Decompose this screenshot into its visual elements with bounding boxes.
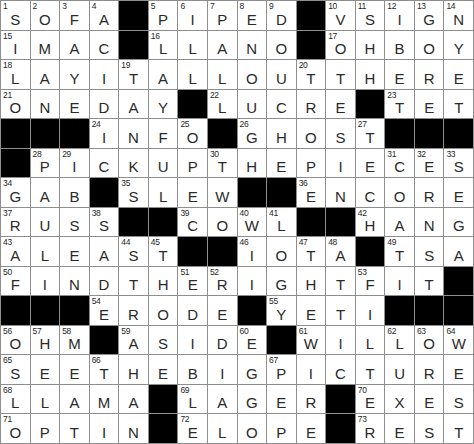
cell-r11c10[interactable]: 55Y — [267, 296, 296, 325]
cell-letter: L — [208, 425, 237, 441]
cell-r10c8[interactable]: 52R — [208, 267, 237, 296]
cell-r1c1[interactable]: 1S — [1, 1, 30, 30]
cell-r8c1[interactable]: 37R — [1, 208, 30, 237]
cell-r8c9[interactable]: 40W — [238, 208, 267, 237]
cell-r2c7[interactable]: L — [178, 31, 207, 60]
cell-r13c7[interactable]: B — [178, 355, 207, 384]
clue-number: 55 — [269, 296, 278, 306]
cell-letter: D — [90, 277, 119, 293]
clue-number: 13 — [417, 1, 426, 11]
cell-letter: I — [356, 307, 385, 323]
cell-r10c11[interactable]: H — [297, 267, 326, 296]
cell-r15c3[interactable]: T — [60, 414, 89, 443]
cell-r11c12[interactable]: T — [326, 296, 355, 325]
cell-r12c13[interactable]: L — [356, 326, 385, 355]
cell-letter: C — [90, 159, 119, 175]
cell-letter: A — [90, 248, 119, 264]
cell-r9c6[interactable]: 45T — [149, 237, 178, 266]
cell-r7c2[interactable]: A — [31, 178, 60, 207]
clue-number: 50 — [3, 267, 12, 277]
cell-r13c15[interactable]: R — [415, 355, 444, 384]
cell-r14c14[interactable]: X — [385, 385, 414, 414]
clue-number: 43 — [3, 237, 12, 247]
cell-letter: P — [267, 366, 296, 382]
cell-r2c16[interactable]: Y — [444, 31, 473, 60]
cell-r10c15[interactable]: T — [415, 267, 444, 296]
cell-r14c9[interactable]: G — [238, 385, 267, 414]
cell-r12c16[interactable]: 64W — [444, 326, 473, 355]
cell-r9c1[interactable]: 43A — [1, 237, 30, 266]
cell-r4c12[interactable]: E — [326, 90, 355, 119]
clue-number: 40 — [240, 208, 249, 218]
cell-r12c12[interactable]: I — [326, 326, 355, 355]
cell-r14c3[interactable]: A — [60, 385, 89, 414]
clue-number: 22 — [210, 90, 219, 100]
cell-r5c6[interactable]: F — [149, 119, 178, 148]
cell-r3c12[interactable]: T — [326, 60, 355, 89]
cell-letter: U — [238, 100, 267, 116]
cell-letter: O — [1, 425, 30, 441]
cell-r9c16[interactable]: A — [444, 237, 473, 266]
clue-number: 54 — [92, 296, 101, 306]
cell-r12c3[interactable]: 58M — [60, 326, 89, 355]
cell-letter: I — [60, 159, 89, 175]
cell-r15c14[interactable]: E — [385, 414, 414, 443]
cell-r15c13[interactable]: 73R — [356, 414, 385, 443]
cell-r10c3[interactable]: N — [60, 267, 89, 296]
black-cell — [119, 31, 148, 60]
cell-letter: E — [297, 189, 326, 205]
cell-r10c6[interactable]: H — [149, 267, 178, 296]
cell-r1c13[interactable]: 11S — [356, 1, 385, 30]
cell-r3c15[interactable]: R — [415, 60, 444, 89]
cell-r12c9[interactable]: 60E — [238, 326, 267, 355]
cell-letter: E — [60, 366, 89, 382]
cell-letter: H — [238, 159, 267, 175]
cell-r14c15[interactable]: E — [415, 385, 444, 414]
cell-r12c7[interactable]: I — [178, 326, 207, 355]
cell-r6c9[interactable]: H — [238, 149, 267, 178]
cell-r6c4[interactable]: C — [90, 149, 119, 178]
cell-r4c4[interactable]: D — [90, 90, 119, 119]
cell-letter: R — [208, 277, 237, 293]
cell-r6c12[interactable]: I — [326, 149, 355, 178]
clue-number: 20 — [299, 60, 308, 70]
cell-r2c4[interactable]: C — [90, 31, 119, 60]
black-cell — [297, 1, 326, 30]
cell-r7c7[interactable]: E — [178, 178, 207, 207]
cell-r8c3[interactable]: S — [60, 208, 89, 237]
cell-letter: E — [297, 425, 326, 441]
cell-r10c9[interactable]: I — [238, 267, 267, 296]
cell-r2c12[interactable]: 17O — [326, 31, 355, 60]
cell-r2c6[interactable]: 16L — [149, 31, 178, 60]
cell-r10c2[interactable]: I — [31, 267, 60, 296]
cell-r15c1[interactable]: 71O — [1, 414, 30, 443]
cell-r15c8[interactable]: L — [208, 414, 237, 443]
cell-r11c4[interactable]: 54E — [90, 296, 119, 325]
cell-r10c13[interactable]: 53F — [356, 267, 385, 296]
cell-r1c3[interactable]: 3F — [60, 1, 89, 30]
clue-number: 32 — [417, 149, 426, 159]
cell-r11c7[interactable]: D — [178, 296, 207, 325]
cell-r4c8[interactable]: 22L — [208, 90, 237, 119]
clue-number: 10 — [328, 1, 337, 11]
cell-r13c2[interactable]: E — [31, 355, 60, 384]
cell-r15c15[interactable]: S — [415, 414, 444, 443]
cell-r12c8[interactable]: D — [208, 326, 237, 355]
cell-r6c11[interactable]: P — [297, 149, 326, 178]
cell-letter: T — [385, 248, 414, 264]
cell-letter: A — [119, 336, 148, 352]
cell-r8c7[interactable]: 39C — [178, 208, 207, 237]
cell-r1c4[interactable]: 4A — [90, 1, 119, 30]
cell-r3c1[interactable]: 18L — [1, 60, 30, 89]
cell-r1c7[interactable]: 6I — [178, 1, 207, 30]
cell-letter: E — [238, 12, 267, 28]
cell-r6c2[interactable]: 28P — [31, 149, 60, 178]
cell-letter: O — [415, 336, 444, 352]
cell-r1c8[interactable]: 7P — [208, 1, 237, 30]
clue-number: 56 — [3, 326, 12, 336]
cell-r5c10[interactable]: H — [267, 119, 296, 148]
cell-letter: G — [238, 366, 267, 382]
cell-r14c11[interactable]: R — [297, 385, 326, 414]
cell-r8c10[interactable]: 41L — [267, 208, 296, 237]
black-cell — [415, 119, 444, 148]
cell-r8c15[interactable]: N — [415, 208, 444, 237]
cell-r6c14[interactable]: 31C — [385, 149, 414, 178]
cell-letter: L — [385, 336, 414, 352]
cell-letter: E — [31, 366, 60, 382]
cell-letter: C — [385, 159, 414, 175]
cell-r8c4[interactable]: 38S — [90, 208, 119, 237]
cell-r2c8[interactable]: A — [208, 31, 237, 60]
cell-r13c16[interactable]: E — [444, 355, 473, 384]
cell-r4c14[interactable]: 23T — [385, 90, 414, 119]
cell-r14c2[interactable]: L — [31, 385, 60, 414]
cell-r15c7[interactable]: 72E — [178, 414, 207, 443]
cell-r12c15[interactable]: 63O — [415, 326, 444, 355]
cell-r10c10[interactable]: G — [267, 267, 296, 296]
cell-r7c13[interactable]: C — [356, 178, 385, 207]
cell-r15c10[interactable]: P — [267, 414, 296, 443]
cell-r10c14[interactable]: I — [385, 267, 414, 296]
clue-number: 18 — [3, 60, 12, 70]
cell-r1c10[interactable]: 9D — [267, 1, 296, 30]
clue-number: 31 — [387, 149, 396, 159]
clue-number: 16 — [151, 31, 160, 41]
cell-r13c3[interactable]: E — [60, 355, 89, 384]
cell-r8c13[interactable]: 42H — [356, 208, 385, 237]
cell-r13c9[interactable]: G — [238, 355, 267, 384]
cell-r7c12[interactable]: N — [326, 178, 355, 207]
cell-letter: U — [385, 366, 414, 382]
cell-r13c13[interactable]: T — [356, 355, 385, 384]
cell-r7c3[interactable]: B — [60, 178, 89, 207]
cell-letter: M — [60, 336, 89, 352]
cell-r5c5[interactable]: N — [119, 119, 148, 148]
cell-r12c11[interactable]: 61W — [297, 326, 326, 355]
cell-r6c8[interactable]: 30T — [208, 149, 237, 178]
cell-r6c16[interactable]: 33S — [444, 149, 473, 178]
cell-r12c14[interactable]: 62L — [385, 326, 414, 355]
cell-r9c3[interactable]: E — [60, 237, 89, 266]
cell-r13c5[interactable]: H — [119, 355, 148, 384]
cell-r5c4[interactable]: 24I — [90, 119, 119, 148]
cell-r11c13[interactable]: I — [356, 296, 385, 325]
cell-letter: T — [60, 425, 89, 441]
black-cell — [31, 119, 60, 148]
cell-r6c3[interactable]: 29I — [60, 149, 89, 178]
cell-r3c6[interactable]: A — [149, 60, 178, 89]
cell-letter: T — [149, 248, 178, 264]
cell-r8c2[interactable]: U — [31, 208, 60, 237]
cell-r3c10[interactable]: U — [267, 60, 296, 89]
cell-r3c9[interactable]: O — [238, 60, 267, 89]
cell-r2c14[interactable]: B — [385, 31, 414, 60]
cell-r6c5[interactable]: K — [119, 149, 148, 178]
cell-r15c2[interactable]: P — [31, 414, 60, 443]
clue-number: 63 — [417, 326, 426, 336]
cell-r2c2[interactable]: M — [31, 31, 60, 60]
cell-letter: E — [267, 159, 296, 175]
clue-number: 42 — [358, 208, 367, 218]
cell-r6c6[interactable]: U — [149, 149, 178, 178]
cell-r3c8[interactable]: L — [208, 60, 237, 89]
cell-r7c16[interactable]: E — [444, 178, 473, 207]
clue-number: 15 — [3, 31, 12, 41]
black-cell — [31, 296, 60, 325]
cell-r7c5[interactable]: 35S — [119, 178, 148, 207]
cell-r11c8[interactable]: E — [208, 296, 237, 325]
cell-letter: E — [415, 100, 444, 116]
clue-number: 69 — [180, 385, 189, 395]
cell-r15c4[interactable]: I — [90, 414, 119, 443]
cell-letter: O — [267, 248, 296, 264]
cell-letter: P — [267, 425, 296, 441]
cell-r5c9[interactable]: 26G — [238, 119, 267, 148]
black-cell — [356, 237, 385, 266]
cell-r14c4[interactable]: M — [90, 385, 119, 414]
cell-letter: R — [297, 100, 326, 116]
cell-r4c6[interactable]: Y — [149, 90, 178, 119]
black-cell — [149, 385, 178, 414]
cell-letter: O — [238, 425, 267, 441]
cell-r3c7[interactable]: L — [178, 60, 207, 89]
black-cell — [149, 208, 178, 237]
cell-r14c8[interactable]: A — [208, 385, 237, 414]
cell-letter: R — [356, 425, 385, 441]
cell-r7c8[interactable]: W — [208, 178, 237, 207]
cell-r1c2[interactable]: 2O — [31, 1, 60, 30]
cell-r9c2[interactable]: L — [31, 237, 60, 266]
cell-r4c1[interactable]: 21O — [1, 90, 30, 119]
cell-r12c1[interactable]: 56O — [1, 326, 30, 355]
cell-letter: T — [208, 159, 237, 175]
cell-r1c6[interactable]: 5P — [149, 1, 178, 30]
cell-letter: O — [267, 41, 296, 57]
black-cell — [119, 1, 148, 30]
cell-letter: W — [297, 336, 326, 352]
cell-r9c4[interactable]: A — [90, 237, 119, 266]
cell-r13c6[interactable]: E — [149, 355, 178, 384]
cell-r13c1[interactable]: 65S — [1, 355, 30, 384]
cell-r8c8[interactable]: O — [208, 208, 237, 237]
cell-r4c3[interactable]: E — [60, 90, 89, 119]
cell-r4c10[interactable]: C — [267, 90, 296, 119]
cell-r1c14[interactable]: 12I — [385, 1, 414, 30]
cell-r5c11[interactable]: O — [297, 119, 326, 148]
black-cell — [1, 296, 30, 325]
clue-number: 2 — [33, 1, 37, 11]
cell-r13c12[interactable]: C — [326, 355, 355, 384]
cell-r9c5[interactable]: 44S — [119, 237, 148, 266]
cell-r1c15[interactable]: 13G — [415, 1, 444, 30]
cell-letter: U — [149, 159, 178, 175]
cell-r1c9[interactable]: 8E — [238, 1, 267, 30]
cell-letter: N — [119, 130, 148, 146]
cell-r7c15[interactable]: R — [415, 178, 444, 207]
cell-r2c3[interactable]: A — [60, 31, 89, 60]
cell-letter: O — [178, 130, 207, 146]
cell-r6c10[interactable]: E — [267, 149, 296, 178]
cell-letter: H — [119, 366, 148, 382]
cell-letter: S — [356, 12, 385, 28]
cell-r14c13[interactable]: 70E — [356, 385, 385, 414]
cell-r14c1[interactable]: 68L — [1, 385, 30, 414]
cell-r6c7[interactable]: P — [178, 149, 207, 178]
cell-letter: F — [60, 12, 89, 28]
cell-r12c5[interactable]: 59A — [119, 326, 148, 355]
cell-r7c11[interactable]: 36E — [297, 178, 326, 207]
cell-letter: T — [119, 277, 148, 293]
clue-number: 49 — [387, 237, 396, 247]
clue-number: 1 — [3, 1, 7, 11]
cell-letter: H — [356, 218, 385, 234]
cell-r9c14[interactable]: 49T — [385, 237, 414, 266]
cell-letter: E — [238, 336, 267, 352]
cell-r11c6[interactable]: O — [149, 296, 178, 325]
cell-letter: T — [326, 277, 355, 293]
cell-r3c2[interactable]: A — [31, 60, 60, 89]
cell-r10c4[interactable]: D — [90, 267, 119, 296]
cell-r6c13[interactable]: E — [356, 149, 385, 178]
cell-r2c13[interactable]: H — [356, 31, 385, 60]
cell-letter: K — [119, 159, 148, 175]
cell-r12c6[interactable]: S — [149, 326, 178, 355]
cell-r12c2[interactable]: 57H — [31, 326, 60, 355]
cell-r14c7[interactable]: 69L — [178, 385, 207, 414]
cell-r3c3[interactable]: Y — [60, 60, 89, 89]
clue-number: 17 — [328, 31, 337, 41]
cell-r4c15[interactable]: E — [415, 90, 444, 119]
cell-r2c1[interactable]: 15I — [1, 31, 30, 60]
cell-r14c5[interactable]: A — [119, 385, 148, 414]
cell-r10c1[interactable]: 50F — [1, 267, 30, 296]
cell-r3c14[interactable]: E — [385, 60, 414, 89]
cell-r9c15[interactable]: S — [415, 237, 444, 266]
cell-r4c2[interactable]: N — [31, 90, 60, 119]
cell-r11c11[interactable]: E — [297, 296, 326, 325]
cell-letter: E — [90, 307, 119, 323]
cell-r11c5[interactable]: R — [119, 296, 148, 325]
cell-r3c16[interactable]: E — [444, 60, 473, 89]
cell-r15c5[interactable]: N — [119, 414, 148, 443]
cell-r9c9[interactable]: 46I — [238, 237, 267, 266]
cell-r9c10[interactable]: O — [267, 237, 296, 266]
cell-r3c11[interactable]: 20T — [297, 60, 326, 89]
cell-r5c7[interactable]: 25O — [178, 119, 207, 148]
cell-letter: T — [297, 71, 326, 87]
cell-r14c16[interactable]: S — [444, 385, 473, 414]
cell-r3c4[interactable]: I — [90, 60, 119, 89]
cell-r10c5[interactable]: T — [119, 267, 148, 296]
cell-r7c14[interactable]: O — [385, 178, 414, 207]
cell-letter: E — [178, 277, 207, 293]
cell-r13c14[interactable]: U — [385, 355, 414, 384]
cell-letter: W — [208, 189, 237, 205]
clue-number: 41 — [269, 208, 278, 218]
cell-r9c12[interactable]: 48A — [326, 237, 355, 266]
cell-r15c11[interactable]: E — [297, 414, 326, 443]
cell-r15c16[interactable]: T — [444, 414, 473, 443]
cell-letter: A — [444, 248, 473, 264]
cell-letter: E — [444, 189, 473, 205]
cell-r4c11[interactable]: R — [297, 90, 326, 119]
cell-r5c13[interactable]: 27T — [356, 119, 385, 148]
cell-r3c5[interactable]: 19T — [119, 60, 148, 89]
cell-r5c12[interactable]: S — [326, 119, 355, 148]
clue-number: 60 — [240, 326, 249, 336]
cell-r13c4[interactable]: 66T — [90, 355, 119, 384]
cell-r4c9[interactable]: U — [238, 90, 267, 119]
cell-r13c10[interactable]: 67P — [267, 355, 296, 384]
cell-r10c12[interactable]: T — [326, 267, 355, 296]
cell-letter: L — [208, 71, 237, 87]
cell-r7c6[interactable]: L — [149, 178, 178, 207]
cell-letter: O — [297, 130, 326, 146]
cell-r10c7[interactable]: 51E — [178, 267, 207, 296]
cell-r9c11[interactable]: 47T — [297, 237, 326, 266]
cell-letter: Y — [60, 71, 89, 87]
cell-r15c9[interactable]: O — [238, 414, 267, 443]
cell-r13c11[interactable]: I — [297, 355, 326, 384]
cell-r8c16[interactable]: G — [444, 208, 473, 237]
cell-r2c9[interactable]: N — [238, 31, 267, 60]
cell-r1c16[interactable]: 14N — [444, 1, 473, 30]
cell-r1c12[interactable]: 10V — [326, 1, 355, 30]
cell-r4c16[interactable]: T — [444, 90, 473, 119]
cell-r6c15[interactable]: 32E — [415, 149, 444, 178]
cell-r2c15[interactable]: O — [415, 31, 444, 60]
black-cell — [238, 296, 267, 325]
black-cell — [119, 208, 148, 237]
cell-r3c13[interactable]: H — [356, 60, 385, 89]
cell-r2c10[interactable]: O — [267, 31, 296, 60]
cell-r13c8[interactable]: I — [208, 355, 237, 384]
cell-letter: E — [60, 100, 89, 116]
cell-letter: D — [178, 307, 207, 323]
clue-number: 27 — [358, 119, 367, 129]
cell-letter: R — [415, 71, 444, 87]
cell-letter: P — [31, 159, 60, 175]
cell-r8c14[interactable]: A — [385, 208, 414, 237]
cell-r4c5[interactable]: A — [119, 90, 148, 119]
cell-r14c10[interactable]: E — [267, 385, 296, 414]
cell-letter: I — [238, 248, 267, 264]
cell-r7c1[interactable]: 34G — [1, 178, 30, 207]
